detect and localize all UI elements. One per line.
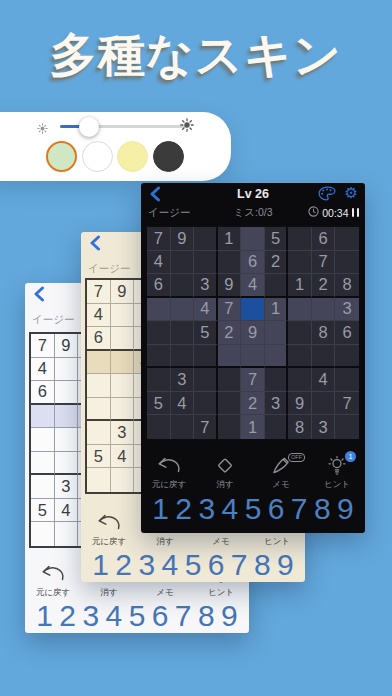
cell-r8c2[interactable]: 4: [111, 445, 135, 469]
cell-r1c2[interactable]: 9: [111, 280, 135, 304]
stats-row: イージーミス:0/300:34: [141, 206, 365, 220]
numpad-3[interactable]: 3: [195, 492, 218, 526]
cell-r5c9[interactable]: 6: [335, 321, 359, 345]
cell-r6c3[interactable]: [194, 345, 218, 369]
numpad-7[interactable]: 7: [172, 599, 195, 633]
cell-r4c3[interactable]: 4: [194, 298, 218, 322]
cell-r8c4[interactable]: [218, 392, 242, 416]
cell-r8c7[interactable]: 9: [288, 392, 312, 416]
cell-r9c8[interactable]: 3: [312, 415, 336, 439]
cell-r5c6[interactable]: [265, 321, 289, 345]
numpad-3[interactable]: 3: [135, 548, 158, 582]
cell-r3c2[interactable]: [55, 381, 79, 405]
cell-r2c8[interactable]: 7: [312, 251, 336, 275]
cell-r8c3[interactable]: [194, 392, 218, 416]
cell-r3c1[interactable]: 6: [87, 327, 111, 351]
numpad-9[interactable]: 9: [274, 548, 297, 582]
number-pad: 123456789: [89, 548, 297, 582]
pause-button[interactable]: [352, 208, 360, 217]
cell-r4c5[interactable]: [241, 298, 265, 322]
cell-r8c1[interactable]: 5: [31, 499, 55, 523]
cell-r9c5[interactable]: 1: [241, 415, 265, 439]
cell-r4c8[interactable]: [312, 298, 336, 322]
cell-r6c1[interactable]: [87, 398, 111, 422]
skin-swatch-yellow[interactable]: [117, 141, 148, 172]
numpad-5[interactable]: 5: [125, 599, 148, 633]
erase-label: 消す: [156, 536, 173, 548]
cell-r9c1[interactable]: [87, 468, 111, 492]
eraser-icon-wrap: [214, 455, 236, 477]
numpad-4[interactable]: 4: [218, 492, 241, 526]
cell-r3c4[interactable]: 9: [218, 274, 242, 298]
skin-swatches: [46, 141, 184, 172]
cell-r1c4[interactable]: 1: [218, 227, 242, 251]
skin-swatch-black[interactable]: [153, 141, 184, 172]
cell-r3c3[interactable]: 3: [194, 274, 218, 298]
undo-button[interactable]: 元に戻す: [82, 512, 136, 550]
cell-r3c6[interactable]: [265, 274, 289, 298]
memo-label: メモ: [156, 587, 173, 599]
numpad-5[interactable]: 5: [241, 492, 264, 526]
undo-button[interactable]: 元に戻す: [26, 563, 80, 601]
cell-r4c2[interactable]: [171, 298, 195, 322]
hint-label: ヒント: [208, 587, 234, 599]
numpad-8[interactable]: 8: [251, 548, 274, 582]
eraser-icon: [214, 462, 236, 479]
cell-r8c1[interactable]: 5: [87, 445, 111, 469]
cell-r8c2[interactable]: 4: [171, 392, 195, 416]
undo-icon: [96, 519, 123, 536]
cell-r7c1[interactable]: [87, 421, 111, 445]
cell-r2c2[interactable]: [171, 251, 195, 275]
page-title: 多種なスキン: [0, 24, 392, 87]
hint-label: ヒント: [324, 479, 350, 491]
numpad-2[interactable]: 2: [56, 599, 79, 633]
cell-r5c5[interactable]: 9: [241, 321, 265, 345]
undo-icon-wrap: [96, 512, 123, 534]
cell-r2c5[interactable]: 6: [241, 251, 265, 275]
undo-icon-wrap: [156, 455, 183, 477]
cell-r7c4[interactable]: [218, 368, 242, 392]
cell-r1c8[interactable]: 6: [312, 227, 336, 251]
cell-r8c6[interactable]: 3: [265, 392, 289, 416]
number-pad: 123456789: [33, 599, 241, 633]
cell-r5c3[interactable]: 5: [194, 321, 218, 345]
cell-r5c1[interactable]: [31, 428, 55, 452]
cell-r6c2[interactable]: [171, 345, 195, 369]
cell-r4c1[interactable]: [87, 351, 111, 375]
cell-r5c4[interactable]: 2: [218, 321, 242, 345]
sun-bright-icon: [180, 118, 194, 136]
hint-label: ヒント: [264, 536, 290, 548]
cell-r8c8[interactable]: [312, 392, 336, 416]
cell-r6c1[interactable]: [147, 345, 171, 369]
timer-value: 00:34: [322, 207, 348, 219]
cell-r7c2[interactable]: 3: [171, 368, 195, 392]
cell-r7c1[interactable]: [147, 368, 171, 392]
cell-r3c1[interactable]: 6: [31, 381, 55, 405]
erase-label: 消す: [216, 479, 233, 491]
cell-r1c1[interactable]: 7: [147, 227, 171, 251]
cell-r9c7[interactable]: 8: [288, 415, 312, 439]
undo-icon: [156, 462, 183, 479]
cell-r1c3[interactable]: [194, 227, 218, 251]
cell-r5c7[interactable]: [288, 321, 312, 345]
cell-r3c1[interactable]: 6: [147, 274, 171, 298]
cell-r4c1[interactable]: [31, 405, 55, 429]
cell-r1c1[interactable]: 7: [87, 280, 111, 304]
cell-r8c2[interactable]: 4: [55, 499, 79, 523]
cell-r6c5[interactable]: [241, 345, 265, 369]
cell-r3c7[interactable]: 1: [288, 274, 312, 298]
cell-r7c1[interactable]: [31, 475, 55, 499]
numpad-3[interactable]: 3: [79, 599, 102, 633]
sudoku-board-dark: Lv 26⚙イージーミス:0/300:347915646276394128471…: [141, 183, 365, 533]
memo-label: メモ: [212, 536, 229, 548]
cell-r6c9[interactable]: [335, 345, 359, 369]
brightness-slider[interactable]: [60, 125, 187, 128]
cell-r5c1[interactable]: [87, 374, 111, 398]
clock-icon: [308, 206, 319, 219]
cell-r6c8[interactable]: [312, 345, 336, 369]
cell-r9c2[interactable]: [171, 415, 195, 439]
cell-r7c8[interactable]: 4: [312, 368, 336, 392]
numpad-1[interactable]: 1: [149, 492, 172, 526]
memo-off-badge: OFF: [288, 453, 305, 462]
numpad-7[interactable]: 7: [288, 492, 311, 526]
cell-r1c1[interactable]: 7: [31, 334, 55, 358]
erase-button[interactable]: 消す: [198, 455, 252, 493]
sudoku-grid: 79156462763941284713529863745423977183: [145, 225, 361, 441]
skin-swatch-green[interactable]: [46, 141, 77, 172]
numpad-4[interactable]: 4: [102, 599, 125, 633]
cell-r7c9[interactable]: [335, 368, 359, 392]
settings-gear-button[interactable]: ⚙: [345, 184, 358, 201]
cell-r1c2[interactable]: 9: [55, 334, 79, 358]
cell-r5c2[interactable]: [171, 321, 195, 345]
undo-label: 元に戻す: [152, 479, 186, 491]
cell-r9c9[interactable]: [335, 415, 359, 439]
numpad-4[interactable]: 4: [158, 548, 181, 582]
erase-label: 消す: [100, 587, 117, 599]
cell-r3c9[interactable]: 8: [335, 274, 359, 298]
cell-r7c3[interactable]: [194, 368, 218, 392]
bulb-icon-wrap: 1: [327, 455, 347, 477]
numpad-2[interactable]: 2: [112, 548, 135, 582]
pen-icon: [270, 462, 292, 479]
cell-r7c2[interactable]: 3: [55, 475, 79, 499]
slider-thumb[interactable]: [79, 117, 99, 137]
cell-r3c5[interactable]: 4: [241, 274, 265, 298]
cell-r6c2[interactable]: [55, 452, 79, 476]
cell-r5c1[interactable]: [147, 321, 171, 345]
cell-r2c1[interactable]: 4: [147, 251, 171, 275]
cell-r9c1[interactable]: [31, 522, 55, 546]
skin-picker-card: [0, 112, 231, 181]
board-header: Lv 26⚙: [141, 183, 365, 203]
cell-r5c8[interactable]: 8: [312, 321, 336, 345]
cell-r2c7[interactable]: [288, 251, 312, 275]
cell-r9c2[interactable]: [111, 468, 135, 492]
sun-dim-icon: [37, 120, 48, 138]
numpad-1[interactable]: 1: [89, 548, 112, 582]
cell-r9c4[interactable]: [218, 415, 242, 439]
undo-label: 元に戻す: [36, 587, 70, 599]
numpad-9[interactable]: 9: [218, 599, 241, 633]
hint-count-badge: 1: [345, 451, 356, 462]
cell-r7c7[interactable]: [288, 368, 312, 392]
cell-r5c2[interactable]: [111, 374, 135, 398]
skin-swatch-white[interactable]: [82, 141, 113, 172]
cell-r4c2[interactable]: [111, 351, 135, 375]
cell-r6c2[interactable]: [111, 398, 135, 422]
cell-r2c1[interactable]: 4: [87, 304, 111, 328]
memo-label: メモ: [272, 479, 289, 491]
cell-r8c5[interactable]: 2: [241, 392, 265, 416]
cell-r3c2[interactable]: [111, 327, 135, 351]
numpad-6[interactable]: 6: [205, 548, 228, 582]
cell-r2c9[interactable]: [335, 251, 359, 275]
cell-r2c1[interactable]: 4: [31, 358, 55, 382]
cell-r4c7[interactable]: [288, 298, 312, 322]
cell-r2c2[interactable]: [111, 304, 135, 328]
time-box: 00:34: [308, 206, 359, 219]
numpad-6[interactable]: 6: [149, 599, 172, 633]
cell-r9c3[interactable]: 7: [194, 415, 218, 439]
cell-r4c4[interactable]: 7: [218, 298, 242, 322]
cell-r7c2[interactable]: 3: [111, 421, 135, 445]
hint-button[interactable]: 1ヒント: [310, 455, 364, 493]
number-pad: 123456789: [149, 492, 357, 526]
toolbar: 元に戻す消すOFFメモ1ヒント: [141, 455, 365, 493]
numpad-1[interactable]: 1: [33, 599, 56, 633]
cell-r8c9[interactable]: 7: [335, 392, 359, 416]
cell-r9c2[interactable]: [55, 522, 79, 546]
cell-r5c2[interactable]: [55, 428, 79, 452]
numpad-8[interactable]: 8: [311, 492, 334, 526]
cell-r1c7[interactable]: [288, 227, 312, 251]
cell-r4c2[interactable]: [55, 405, 79, 429]
cell-r4c9[interactable]: 3: [335, 298, 359, 322]
cell-r4c6[interactable]: 1: [265, 298, 289, 322]
cell-r3c2[interactable]: [171, 274, 195, 298]
cell-r6c1[interactable]: [31, 452, 55, 476]
cell-r2c3[interactable]: [194, 251, 218, 275]
numpad-2[interactable]: 2: [172, 492, 195, 526]
undo-label: 元に戻す: [92, 536, 126, 548]
cell-r6c7[interactable]: [288, 345, 312, 369]
cell-r1c6[interactable]: 5: [265, 227, 289, 251]
cell-r9c6[interactable]: [265, 415, 289, 439]
cell-r2c6[interactable]: 2: [265, 251, 289, 275]
cell-r7c6[interactable]: [265, 368, 289, 392]
cell-r3c8[interactable]: 2: [312, 274, 336, 298]
memo-button[interactable]: OFFメモ: [254, 455, 308, 493]
cell-r2c4[interactable]: [218, 251, 242, 275]
numpad-9[interactable]: 9: [334, 492, 357, 526]
cell-r8c1[interactable]: 5: [147, 392, 171, 416]
numpad-8[interactable]: 8: [195, 599, 218, 633]
cell-r6c6[interactable]: [265, 345, 289, 369]
numpad-6[interactable]: 6: [265, 492, 288, 526]
numpad-5[interactable]: 5: [181, 548, 204, 582]
cell-r1c2[interactable]: 9: [171, 227, 195, 251]
undo-icon: [40, 570, 67, 587]
bulb-icon: [327, 462, 347, 479]
cell-r6c4[interactable]: [218, 345, 242, 369]
palette-icon: [318, 187, 336, 204]
palette-button[interactable]: [318, 186, 336, 205]
cell-r7c5[interactable]: 7: [241, 368, 265, 392]
cell-r4c1[interactable]: [147, 298, 171, 322]
cell-r1c9[interactable]: [335, 227, 359, 251]
cell-r2c2[interactable]: [55, 358, 79, 382]
cell-r1c5[interactable]: [241, 227, 265, 251]
undo-icon-wrap: [40, 563, 67, 585]
numpad-7[interactable]: 7: [228, 548, 251, 582]
cell-r9c1[interactable]: [147, 415, 171, 439]
pen-icon-wrap: OFF: [270, 455, 292, 477]
undo-button[interactable]: 元に戻す: [142, 455, 196, 493]
